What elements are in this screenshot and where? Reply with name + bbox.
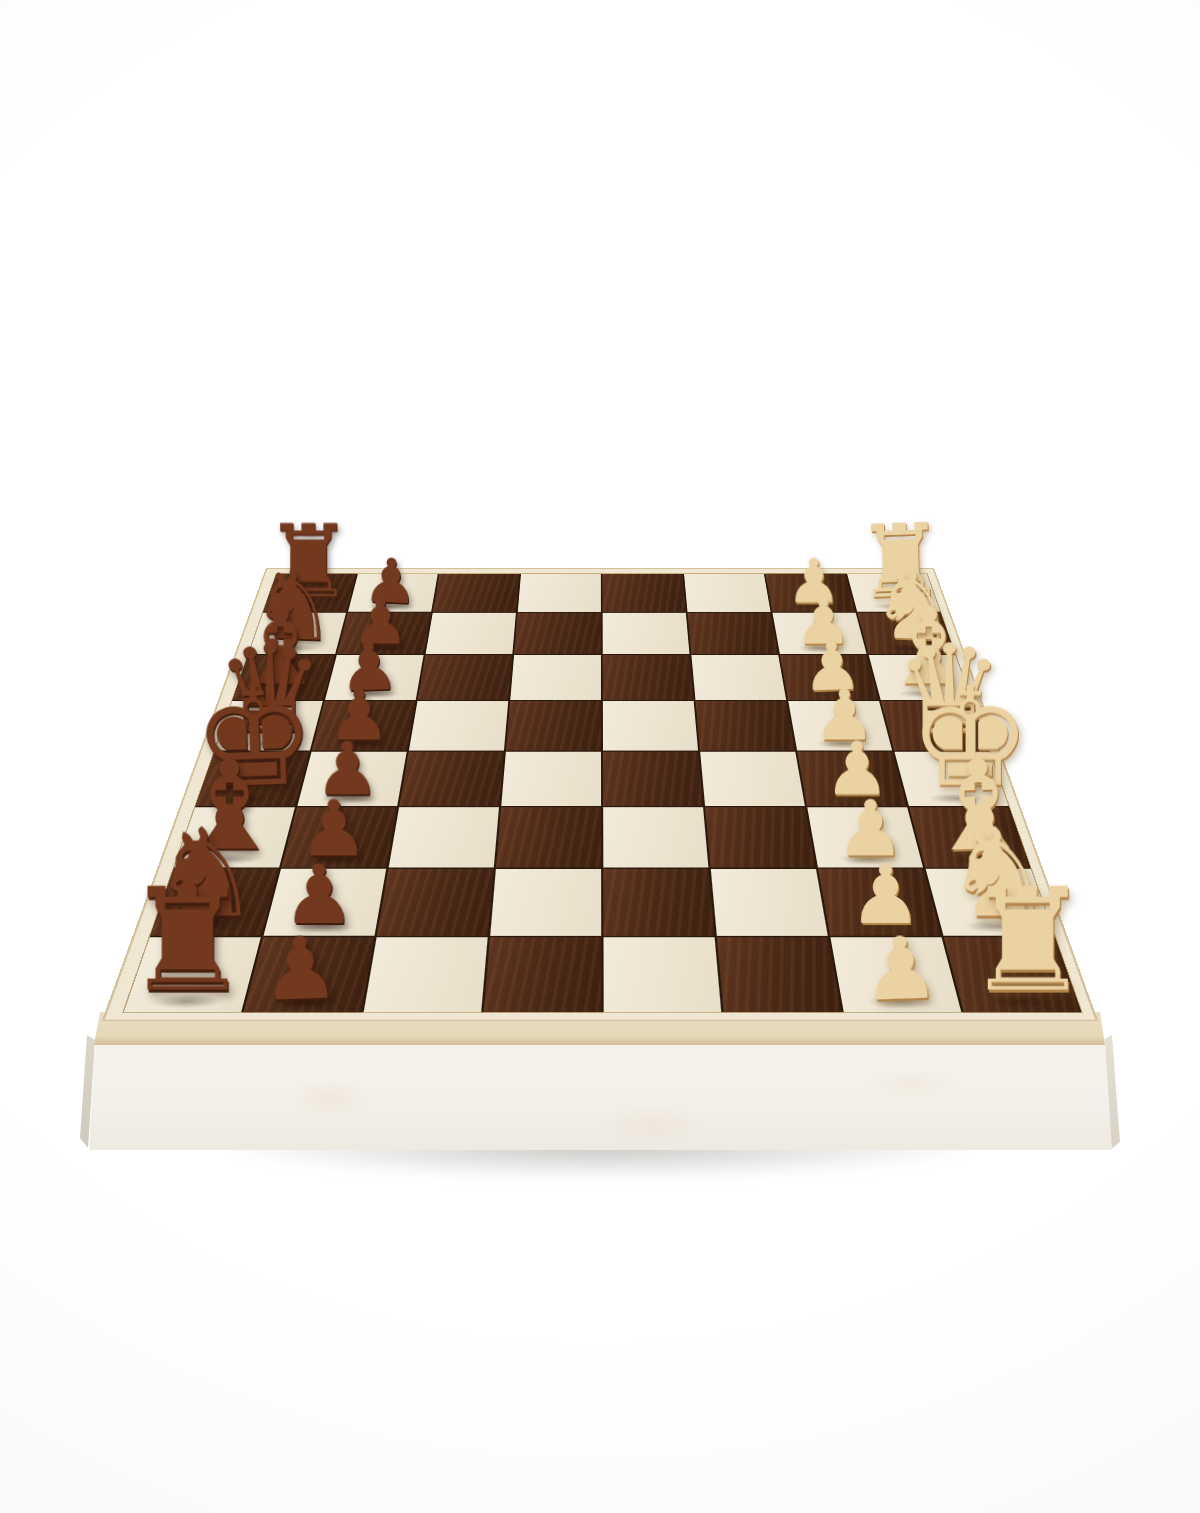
square-g5[interactable] — [490, 869, 601, 936]
square-f6[interactable] — [389, 807, 499, 867]
square-b3[interactable] — [688, 613, 778, 654]
square-a3[interactable] — [684, 574, 771, 612]
square-g3[interactable] — [711, 869, 828, 936]
square-f4[interactable] — [603, 807, 708, 867]
piece-dark-pawn-h7[interactable]: ♟ — [241, 924, 362, 1015]
square-a4[interactable] — [603, 574, 686, 612]
board-grid: ♜♟♟♜♞♟♟♞♝♟♟♝♛♟♟♛♚♟♟♚♝♟♟♝♞♟♟♞♜♟♟♜ — [122, 573, 1083, 1013]
square-e5[interactable] — [501, 752, 601, 806]
square-b6[interactable] — [426, 613, 516, 654]
square-b4[interactable] — [603, 613, 690, 654]
square-d3[interactable] — [696, 701, 796, 750]
square-h2[interactable]: ♟ — [830, 937, 961, 1012]
square-e6[interactable] — [399, 752, 504, 806]
square-c3[interactable] — [691, 655, 786, 700]
square-h6[interactable] — [364, 937, 488, 1012]
chess-board: ♜♟♟♜♞♟♟♞♝♟♟♝♛♟♟♛♚♟♟♚♝♟♟♝♞♟♟♞♜♟♟♜ — [102, 568, 1099, 1021]
square-d4[interactable] — [603, 701, 698, 750]
square-c6[interactable] — [418, 655, 513, 700]
square-g4[interactable] — [603, 869, 714, 936]
square-c5[interactable] — [510, 655, 601, 700]
square-h4[interactable] — [604, 937, 722, 1012]
square-h1[interactable]: ♜ — [944, 937, 1082, 1012]
piece-dark-rook-h8[interactable]: ♜ — [124, 870, 242, 1012]
square-b5[interactable] — [514, 613, 601, 654]
square-f3[interactable] — [705, 807, 816, 867]
square-f5[interactable] — [496, 807, 601, 867]
square-h7[interactable]: ♟ — [244, 937, 375, 1012]
square-a5[interactable] — [518, 574, 601, 612]
square-h5[interactable] — [484, 937, 602, 1012]
square-e3[interactable] — [700, 752, 805, 806]
square-a6[interactable] — [433, 574, 519, 612]
square-d5[interactable] — [506, 701, 601, 750]
square-g6[interactable] — [377, 869, 494, 936]
square-h8[interactable]: ♜ — [124, 937, 261, 1012]
piece-light-rook-h1[interactable]: ♜ — [964, 870, 1082, 1012]
square-e4[interactable] — [603, 752, 703, 806]
piece-light-pawn-h2[interactable]: ♟ — [841, 924, 962, 1015]
square-h3[interactable] — [717, 937, 841, 1012]
square-d6[interactable] — [409, 701, 508, 750]
square-c4[interactable] — [603, 655, 694, 700]
product-photo-canvas: ♜♟♟♜♞♟♟♞♝♟♟♝♛♟♟♛♚♟♟♚♝♟♟♝♞♟♟♞♜♟♟♜ — [0, 0, 1200, 1513]
